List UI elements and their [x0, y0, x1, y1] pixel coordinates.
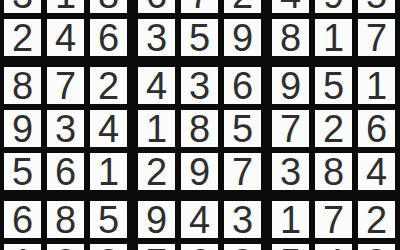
sudoku-cell-r5c9: 4 [358, 153, 395, 190]
sudoku-cell-r2c5: 5 [181, 19, 218, 56]
cell-digit: 9 [323, 0, 344, 14]
sudoku-cell-r4c2: 3 [47, 110, 84, 147]
cell-digit: 6 [98, 19, 119, 57]
sudoku-cell-r5c8: 8 [315, 153, 352, 190]
sudoku-cell-r3c9: 1 [358, 67, 395, 104]
cell-digit: 5 [12, 153, 33, 191]
sudoku-cell-r2c9: 7 [358, 19, 395, 56]
cell-digit: 9 [232, 19, 253, 57]
cell-digit: 3 [12, 0, 33, 14]
sudoku-cell-r5c4: 2 [138, 153, 175, 190]
sudoku-cell-r2c1: 2 [4, 19, 41, 56]
cell-digit: 5 [232, 110, 253, 148]
cell-digit: 4 [323, 244, 344, 250]
cell-digit: 3 [98, 244, 119, 250]
sudoku-cell-r4c1: 9 [4, 110, 41, 147]
sudoku-board: 3186724952463598178724369519341857265612… [0, 0, 400, 250]
cell-digit: 1 [366, 67, 387, 105]
sudoku-cell-r7c2: 2 [47, 244, 84, 250]
cell-digit: 1 [98, 153, 119, 191]
cell-digit: 9 [12, 110, 33, 148]
sudoku-cell-r4c5: 8 [181, 110, 218, 147]
cell-digit: 5 [323, 67, 344, 105]
sudoku-cell-r6c9: 2 [358, 201, 395, 238]
sudoku-cell-r7c8: 4 [315, 244, 352, 250]
sudoku-cell-r1c3: 8 [90, 0, 127, 13]
cell-digit: 5 [366, 0, 387, 14]
cell-digit: 3 [189, 67, 210, 105]
sudoku-cell-r5c1: 5 [4, 153, 41, 190]
sudoku-cell-r4c9: 6 [358, 110, 395, 147]
sudoku-cell-r7c1: 1 [4, 244, 41, 250]
sudoku-cell-r3c4: 4 [138, 67, 175, 104]
cell-digit: 7 [323, 201, 344, 239]
sudoku-cell-r2c8: 1 [315, 19, 352, 56]
cell-digit: 3 [232, 201, 253, 239]
sudoku-cell-r3c2: 7 [47, 67, 84, 104]
cell-digit: 4 [146, 67, 167, 105]
cell-digit: 7 [280, 110, 301, 148]
cell-digit: 3 [280, 153, 301, 191]
cell-digit: 9 [366, 244, 387, 250]
sudoku-cell-r7c3: 3 [90, 244, 127, 250]
sudoku-cell-r1c2: 1 [47, 0, 84, 13]
sudoku-cell-r1c5: 7 [181, 0, 218, 13]
cell-digit: 9 [280, 67, 301, 105]
sudoku-cell-r1c7: 4 [272, 0, 309, 13]
sudoku-cell-r6c1: 6 [4, 201, 41, 238]
sudoku-cell-r5c5: 9 [181, 153, 218, 190]
cell-digit: 2 [12, 19, 33, 57]
cell-digit: 7 [232, 153, 253, 191]
cell-digit: 5 [280, 244, 301, 250]
cell-digit: 6 [366, 110, 387, 148]
cell-digit: 4 [280, 0, 301, 14]
sudoku-cell-r4c3: 4 [90, 110, 127, 147]
cell-digit: 8 [232, 244, 253, 250]
sudoku-cell-r3c3: 2 [90, 67, 127, 104]
sudoku-cell-r4c8: 2 [315, 110, 352, 147]
cell-digit: 8 [323, 153, 344, 191]
sudoku-cell-r5c2: 6 [47, 153, 84, 190]
cell-digit: 5 [98, 201, 119, 239]
cell-digit: 6 [12, 201, 33, 239]
cell-digit: 4 [98, 110, 119, 148]
cell-digit: 5 [189, 19, 210, 57]
sudoku-cell-r6c4: 9 [138, 201, 175, 238]
cell-digit: 8 [55, 201, 76, 239]
sudoku-cell-r6c6: 3 [224, 201, 261, 238]
sudoku-cell-r3c7: 9 [272, 67, 309, 104]
sudoku-cell-r5c3: 1 [90, 153, 127, 190]
sudoku-cell-r2c7: 8 [272, 19, 309, 56]
cell-digit: 3 [146, 19, 167, 57]
cell-digit: 6 [232, 67, 253, 105]
sudoku-cell-r3c5: 3 [181, 67, 218, 104]
sudoku-cell-r1c8: 9 [315, 0, 352, 13]
cell-digit: 1 [12, 244, 33, 250]
cell-digit: 8 [12, 67, 33, 105]
cell-digit: 1 [323, 19, 344, 57]
sudoku-cell-r5c6: 7 [224, 153, 261, 190]
sudoku-cell-r4c4: 1 [138, 110, 175, 147]
sudoku-cell-r2c2: 4 [47, 19, 84, 56]
cell-digit: 7 [146, 244, 167, 250]
cell-digit: 1 [55, 0, 76, 14]
sudoku-cell-r1c1: 3 [4, 0, 41, 13]
sudoku-cell-r1c4: 6 [138, 0, 175, 13]
sudoku-cell-r6c2: 8 [47, 201, 84, 238]
sudoku-cell-r4c7: 7 [272, 110, 309, 147]
cell-digit: 6 [146, 0, 167, 14]
cell-digit: 1 [280, 201, 301, 239]
sudoku-cell-r3c8: 5 [315, 67, 352, 104]
cell-digit: 4 [366, 153, 387, 191]
sudoku-cell-r2c3: 6 [90, 19, 127, 56]
cell-digit: 2 [323, 110, 344, 148]
sudoku-cell-r2c4: 3 [138, 19, 175, 56]
cell-digit: 6 [55, 153, 76, 191]
sudoku-cell-r1c9: 5 [358, 0, 395, 13]
cell-digit: 1 [146, 110, 167, 148]
sudoku-cell-r7c6: 8 [224, 244, 261, 250]
cell-digit: 2 [232, 0, 253, 14]
sudoku-cell-r2c6: 9 [224, 19, 261, 56]
sudoku-cell-r7c5: 6 [181, 244, 218, 250]
cell-digit: 7 [189, 0, 210, 14]
sudoku-cell-r3c1: 8 [4, 67, 41, 104]
sudoku-cell-r1c6: 2 [224, 0, 261, 13]
cell-digit: 2 [146, 153, 167, 191]
cell-digit: 6 [189, 244, 210, 250]
cell-digit: 2 [366, 201, 387, 239]
cell-digit: 4 [189, 201, 210, 239]
sudoku-cell-r6c3: 5 [90, 201, 127, 238]
cell-digit: 2 [55, 244, 76, 250]
cell-digit: 9 [146, 201, 167, 239]
cell-digit: 4 [55, 19, 76, 57]
sudoku-cell-r5c7: 3 [272, 153, 309, 190]
sudoku-cell-r4c6: 5 [224, 110, 261, 147]
sudoku-cell-r7c7: 5 [272, 244, 309, 250]
sudoku-cell-r7c4: 7 [138, 244, 175, 250]
cell-digit: 8 [280, 19, 301, 57]
sudoku-cell-r6c8: 7 [315, 201, 352, 238]
sudoku-cell-r6c7: 1 [272, 201, 309, 238]
cell-digit: 8 [189, 110, 210, 148]
sudoku-cell-r7c9: 9 [358, 244, 395, 250]
cell-digit: 7 [55, 67, 76, 105]
cell-digit: 2 [98, 67, 119, 105]
cell-digit: 3 [55, 110, 76, 148]
sudoku-cell-r6c5: 4 [181, 201, 218, 238]
sudoku-cell-r3c6: 6 [224, 67, 261, 104]
cell-digit: 9 [189, 153, 210, 191]
cell-digit: 7 [366, 19, 387, 57]
cell-digit: 8 [98, 0, 119, 14]
